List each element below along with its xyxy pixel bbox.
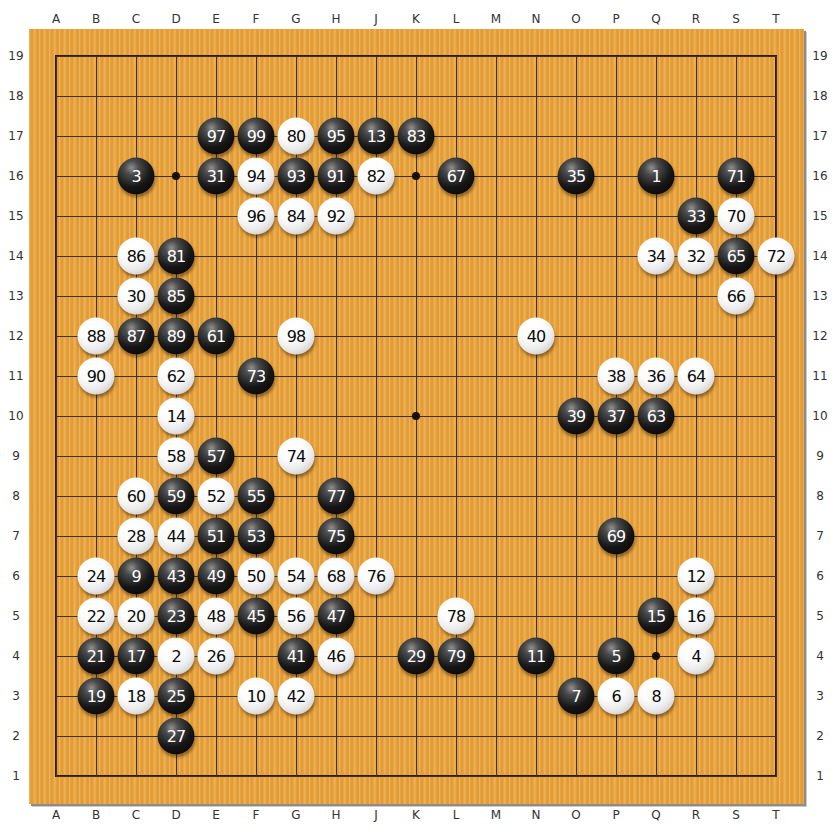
star-point-K10: [412, 412, 420, 420]
stone-white-move-58[interactable]: 58: [158, 438, 195, 475]
col-label-top-D: D: [171, 13, 180, 25]
row-label-right-12: 12: [812, 330, 827, 342]
stone-black-move-17[interactable]: 17: [118, 638, 155, 675]
stone-black-move-59[interactable]: 59: [158, 478, 195, 515]
stone-black-move-1[interactable]: 1: [638, 158, 675, 195]
stone-white-move-36[interactable]: 36: [638, 358, 675, 395]
row-label-right-8: 8: [816, 490, 824, 502]
row-label-left-7: 7: [12, 530, 20, 542]
stone-black-move-11[interactable]: 11: [518, 638, 555, 675]
col-label-top-P: P: [612, 13, 619, 25]
row-label-left-9: 9: [12, 450, 20, 462]
col-label-bottom-D: D: [171, 809, 180, 821]
stone-black-move-67[interactable]: 67: [438, 158, 475, 195]
row-label-right-16: 16: [812, 170, 827, 182]
stone-black-move-61[interactable]: 61: [198, 318, 235, 355]
col-label-bottom-C: C: [132, 809, 140, 821]
row-label-right-19: 19: [812, 50, 827, 62]
col-label-top-Q: Q: [651, 13, 660, 25]
col-label-top-M: M: [491, 13, 501, 25]
stone-white-move-74[interactable]: 74: [278, 438, 315, 475]
col-label-bottom-E: E: [212, 809, 220, 821]
stone-black-move-85[interactable]: 85: [158, 278, 195, 315]
col-label-top-C: C: [132, 13, 140, 25]
row-label-left-1: 1: [12, 770, 20, 782]
stone-white-move-84[interactable]: 84: [278, 198, 315, 235]
stone-black-move-57[interactable]: 57: [198, 438, 235, 475]
col-label-bottom-F: F: [253, 809, 260, 821]
row-label-right-7: 7: [816, 530, 824, 542]
row-label-left-14: 14: [8, 250, 23, 262]
row-label-left-5: 5: [12, 610, 20, 622]
stone-white-move-14[interactable]: 14: [158, 398, 195, 435]
stone-black-move-45[interactable]: 45: [238, 598, 275, 635]
stone-black-move-63[interactable]: 63: [638, 398, 675, 435]
stone-black-move-97[interactable]: 97: [198, 118, 235, 155]
stone-white-move-12[interactable]: 12: [678, 558, 715, 595]
row-label-left-3: 3: [12, 690, 20, 702]
col-label-bottom-K: K: [412, 809, 420, 821]
row-label-left-10: 10: [8, 410, 23, 422]
row-label-left-2: 2: [12, 730, 20, 742]
stone-black-move-21[interactable]: 21: [78, 638, 115, 675]
stone-white-move-26[interactable]: 26: [198, 638, 235, 675]
col-label-bottom-B: B: [92, 809, 100, 821]
row-label-left-8: 8: [12, 490, 20, 502]
stone-black-move-15[interactable]: 15: [638, 598, 675, 635]
stone-white-move-98[interactable]: 98: [278, 318, 315, 355]
stone-black-move-71[interactable]: 71: [718, 158, 755, 195]
stone-black-move-3[interactable]: 3: [118, 158, 155, 195]
stone-white-move-62[interactable]: 62: [158, 358, 195, 395]
stone-white-move-52[interactable]: 52: [198, 478, 235, 515]
stone-black-move-75[interactable]: 75: [318, 518, 355, 555]
row-label-right-5: 5: [816, 610, 824, 622]
stone-white-move-34[interactable]: 34: [638, 238, 675, 275]
col-label-top-S: S: [732, 13, 740, 25]
col-label-top-T: T: [772, 13, 779, 25]
stone-white-move-80[interactable]: 80: [278, 118, 315, 155]
stone-black-move-49[interactable]: 49: [198, 558, 235, 595]
stone-black-move-39[interactable]: 39: [558, 398, 595, 435]
col-label-bottom-R: R: [692, 809, 700, 821]
stone-black-move-13[interactable]: 13: [358, 118, 395, 155]
row-label-right-2: 2: [816, 730, 824, 742]
stone-black-move-77[interactable]: 77: [318, 478, 355, 515]
stone-white-move-94[interactable]: 94: [238, 158, 275, 195]
stone-black-move-95[interactable]: 95: [318, 118, 355, 155]
stone-white-move-6[interactable]: 6: [598, 678, 635, 715]
stone-black-move-31[interactable]: 31: [198, 158, 235, 195]
row-label-left-15: 15: [8, 210, 23, 222]
stone-white-move-32[interactable]: 32: [678, 238, 715, 275]
stone-black-move-81[interactable]: 81: [158, 238, 195, 275]
row-label-right-17: 17: [812, 130, 827, 142]
stone-black-move-87[interactable]: 87: [118, 318, 155, 355]
stone-white-move-72[interactable]: 72: [758, 238, 795, 275]
grid-line-v-M: [496, 56, 497, 777]
stone-white-move-28[interactable]: 28: [118, 518, 155, 555]
stone-white-move-90[interactable]: 90: [78, 358, 115, 395]
col-label-bottom-T: T: [772, 809, 779, 821]
stone-white-move-54[interactable]: 54: [278, 558, 315, 595]
stone-white-move-76[interactable]: 76: [358, 558, 395, 595]
stone-black-move-99[interactable]: 99: [238, 118, 275, 155]
col-label-bottom-H: H: [331, 809, 340, 821]
stone-white-move-8[interactable]: 8: [638, 678, 675, 715]
row-label-right-13: 13: [812, 290, 827, 302]
stone-white-move-16[interactable]: 16: [678, 598, 715, 635]
stone-white-move-96[interactable]: 96: [238, 198, 275, 235]
stone-white-move-50[interactable]: 50: [238, 558, 275, 595]
stone-white-move-92[interactable]: 92: [318, 198, 355, 235]
col-label-bottom-O: O: [571, 809, 580, 821]
col-label-bottom-M: M: [491, 809, 501, 821]
stone-white-move-48[interactable]: 48: [198, 598, 235, 635]
col-label-top-O: O: [571, 13, 580, 25]
stone-black-move-47[interactable]: 47: [318, 598, 355, 635]
stone-black-move-69[interactable]: 69: [598, 518, 635, 555]
col-label-bottom-A: A: [52, 809, 60, 821]
col-label-top-K: K: [412, 13, 420, 25]
stone-black-move-25[interactable]: 25: [158, 678, 195, 715]
stone-white-move-66[interactable]: 66: [718, 278, 755, 315]
stone-white-move-64[interactable]: 64: [678, 358, 715, 395]
row-label-right-14: 14: [812, 250, 827, 262]
stone-white-move-38[interactable]: 38: [598, 358, 635, 395]
stone-white-move-22[interactable]: 22: [78, 598, 115, 635]
row-label-left-16: 16: [8, 170, 23, 182]
col-label-bottom-N: N: [532, 809, 541, 821]
stone-black-move-9[interactable]: 9: [118, 558, 155, 595]
row-label-right-15: 15: [812, 210, 827, 222]
star-point-D16: [172, 172, 180, 180]
stone-white-move-70[interactable]: 70: [718, 198, 755, 235]
stone-white-move-18[interactable]: 18: [118, 678, 155, 715]
stone-black-move-7[interactable]: 7: [558, 678, 595, 715]
stone-black-move-51[interactable]: 51: [198, 518, 235, 555]
row-label-left-11: 11: [8, 370, 23, 382]
row-label-left-12: 12: [8, 330, 23, 342]
stone-black-move-27[interactable]: 27: [158, 718, 195, 755]
stone-white-move-78[interactable]: 78: [438, 598, 475, 635]
stone-white-move-56[interactable]: 56: [278, 598, 315, 635]
col-label-top-H: H: [331, 13, 340, 25]
stone-black-move-79[interactable]: 79: [438, 638, 475, 675]
row-label-right-10: 10: [812, 410, 827, 422]
col-label-bottom-S: S: [732, 809, 740, 821]
row-label-right-4: 4: [816, 650, 824, 662]
col-label-top-A: A: [52, 13, 60, 25]
grid-line-h-1: [56, 776, 777, 777]
stone-black-move-91[interactable]: 91: [318, 158, 355, 195]
col-label-top-J: J: [374, 13, 378, 25]
row-label-right-9: 9: [816, 450, 824, 462]
stone-black-move-73[interactable]: 73: [238, 358, 275, 395]
stone-white-move-60[interactable]: 60: [118, 478, 155, 515]
row-label-left-13: 13: [8, 290, 23, 302]
stone-black-move-5[interactable]: 5: [598, 638, 635, 675]
stone-white-move-46[interactable]: 46: [318, 638, 355, 675]
row-label-right-3: 3: [816, 690, 824, 702]
stone-black-move-43[interactable]: 43: [158, 558, 195, 595]
row-label-left-17: 17: [8, 130, 23, 142]
col-label-top-E: E: [212, 13, 220, 25]
col-label-top-B: B: [92, 13, 100, 25]
stone-white-move-42[interactable]: 42: [278, 678, 315, 715]
col-label-bottom-J: J: [374, 809, 378, 821]
star-point-K16: [412, 172, 420, 180]
col-label-top-L: L: [453, 13, 460, 25]
stone-black-move-55[interactable]: 55: [238, 478, 275, 515]
stone-black-move-83[interactable]: 83: [398, 118, 435, 155]
row-label-left-18: 18: [8, 90, 23, 102]
stone-black-move-93[interactable]: 93: [278, 158, 315, 195]
grid-line-v-T: [776, 56, 777, 777]
stone-black-move-19[interactable]: 19: [78, 678, 115, 715]
stone-white-move-68[interactable]: 68: [318, 558, 355, 595]
stone-white-move-30[interactable]: 30: [118, 278, 155, 315]
stone-black-move-29[interactable]: 29: [398, 638, 435, 675]
col-label-bottom-L: L: [453, 809, 460, 821]
stone-white-move-20[interactable]: 20: [118, 598, 155, 635]
stone-white-move-82[interactable]: 82: [358, 158, 395, 195]
stone-black-move-53[interactable]: 53: [238, 518, 275, 555]
row-label-left-4: 4: [12, 650, 20, 662]
go-diagram: AABBCCDDEEFFGGHHJJKKLLMMNNOOPPQQRRSSTT19…: [0, 0, 835, 835]
stone-black-move-41[interactable]: 41: [278, 638, 315, 675]
stone-black-move-89[interactable]: 89: [158, 318, 195, 355]
col-label-bottom-P: P: [612, 809, 619, 821]
stone-black-move-35[interactable]: 35: [558, 158, 595, 195]
row-label-right-18: 18: [812, 90, 827, 102]
col-label-top-R: R: [692, 13, 700, 25]
stone-white-move-40[interactable]: 40: [518, 318, 555, 355]
col-label-top-F: F: [253, 13, 260, 25]
row-label-left-6: 6: [12, 570, 20, 582]
stone-black-move-23[interactable]: 23: [158, 598, 195, 635]
row-label-right-6: 6: [816, 570, 824, 582]
row-label-left-19: 19: [8, 50, 23, 62]
col-label-bottom-Q: Q: [651, 809, 660, 821]
row-label-right-1: 1: [816, 770, 824, 782]
stone-white-move-88[interactable]: 88: [78, 318, 115, 355]
stone-white-move-2[interactable]: 2: [158, 638, 195, 675]
stone-black-move-37[interactable]: 37: [598, 398, 635, 435]
stone-white-move-24[interactable]: 24: [78, 558, 115, 595]
stone-white-move-10[interactable]: 10: [238, 678, 275, 715]
stone-white-move-44[interactable]: 44: [158, 518, 195, 555]
col-label-bottom-G: G: [291, 809, 300, 821]
row-label-right-11: 11: [812, 370, 827, 382]
stone-white-move-4[interactable]: 4: [678, 638, 715, 675]
star-point-Q4: [652, 652, 660, 660]
col-label-top-G: G: [291, 13, 300, 25]
col-label-top-N: N: [532, 13, 541, 25]
stone-white-move-86[interactable]: 86: [118, 238, 155, 275]
stone-black-move-65[interactable]: 65: [718, 238, 755, 275]
stone-black-move-33[interactable]: 33: [678, 198, 715, 235]
